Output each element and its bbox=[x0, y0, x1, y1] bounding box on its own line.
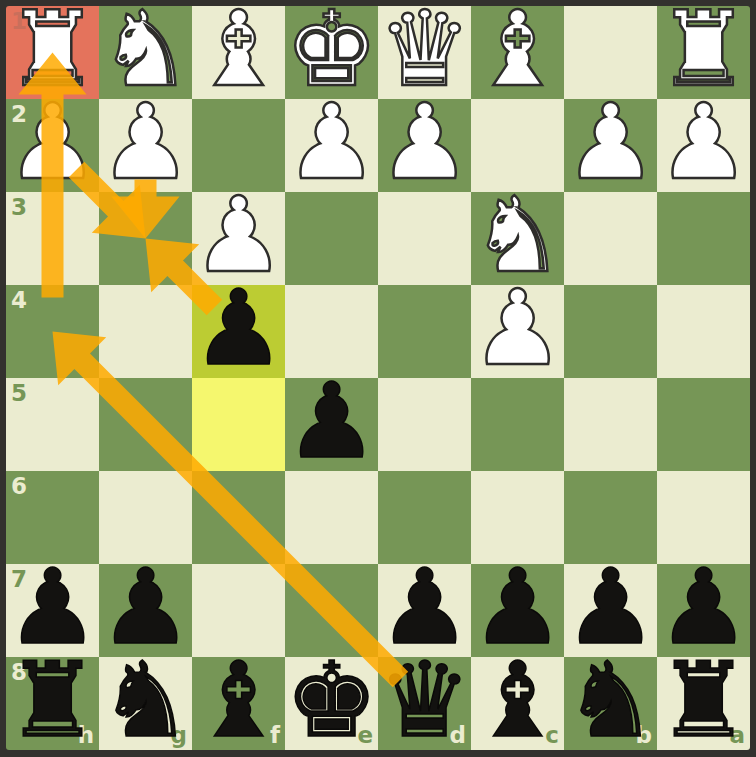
rank-label-6: 6 bbox=[11, 475, 27, 498]
square-d3[interactable] bbox=[378, 192, 471, 285]
piece-black-rook-h8[interactable]: ♜ bbox=[6, 654, 99, 747]
piece-black-knight-b8[interactable]: ♞ bbox=[564, 654, 657, 747]
square-d8[interactable]: d♛ bbox=[378, 657, 471, 750]
square-g2[interactable]: ♟ bbox=[99, 99, 192, 192]
square-a2[interactable]: ♟ bbox=[657, 99, 750, 192]
square-g5[interactable] bbox=[99, 378, 192, 471]
square-h2[interactable]: 2♟ bbox=[6, 99, 99, 192]
square-g8[interactable]: g♞ bbox=[99, 657, 192, 750]
square-f1[interactable]: ♝ bbox=[192, 6, 285, 99]
square-b3[interactable] bbox=[564, 192, 657, 285]
square-e8[interactable]: e♚ bbox=[285, 657, 378, 750]
square-b5[interactable] bbox=[564, 378, 657, 471]
square-h5[interactable]: 5 bbox=[6, 378, 99, 471]
square-c5[interactable] bbox=[471, 378, 564, 471]
piece-white-pawn-d2[interactable]: ♟ bbox=[378, 96, 471, 189]
square-a8[interactable]: a♜ bbox=[657, 657, 750, 750]
square-a4[interactable] bbox=[657, 285, 750, 378]
piece-white-pawn-e2[interactable]: ♟ bbox=[285, 96, 378, 189]
square-f5-last-move-from[interactable] bbox=[192, 378, 285, 471]
piece-white-pawn-g2[interactable]: ♟ bbox=[99, 96, 192, 189]
piece-white-pawn-h2[interactable]: ♟ bbox=[6, 96, 99, 189]
square-b8[interactable]: b♞ bbox=[564, 657, 657, 750]
square-a5[interactable] bbox=[657, 378, 750, 471]
rank-label-4: 4 bbox=[11, 289, 27, 312]
board-frame: 1♜♞♝♚♛♝♜2♟♟♟♟♟♟3♟♞4♟♟5♟67♟♟♟♟♟♟8h♜g♞f♝e♚… bbox=[0, 0, 756, 757]
square-d5[interactable] bbox=[378, 378, 471, 471]
square-a3[interactable] bbox=[657, 192, 750, 285]
square-c1[interactable]: ♝ bbox=[471, 6, 564, 99]
square-f6[interactable] bbox=[192, 471, 285, 564]
square-d2[interactable]: ♟ bbox=[378, 99, 471, 192]
square-b2[interactable]: ♟ bbox=[564, 99, 657, 192]
square-e3[interactable] bbox=[285, 192, 378, 285]
piece-white-bishop-c1[interactable]: ♝ bbox=[471, 6, 564, 96]
square-h8[interactable]: 8h♜ bbox=[6, 657, 99, 750]
square-d4[interactable] bbox=[378, 285, 471, 378]
square-b4[interactable] bbox=[564, 285, 657, 378]
square-e2[interactable]: ♟ bbox=[285, 99, 378, 192]
square-f8[interactable]: f♝ bbox=[192, 657, 285, 750]
piece-white-bishop-f1[interactable]: ♝ bbox=[192, 6, 285, 96]
square-g4[interactable] bbox=[99, 285, 192, 378]
square-h4[interactable]: 4 bbox=[6, 285, 99, 378]
piece-black-pawn-e5[interactable]: ♟ bbox=[285, 375, 378, 468]
piece-black-bishop-f8[interactable]: ♝ bbox=[192, 654, 285, 747]
rank-label-5: 5 bbox=[11, 382, 27, 405]
piece-black-rook-a8[interactable]: ♜ bbox=[657, 654, 750, 747]
square-g3[interactable] bbox=[99, 192, 192, 285]
square-e5[interactable]: ♟ bbox=[285, 378, 378, 471]
square-c4[interactable]: ♟ bbox=[471, 285, 564, 378]
rank-label-3: 3 bbox=[11, 196, 27, 219]
piece-black-bishop-c8[interactable]: ♝ bbox=[471, 654, 564, 747]
square-e6[interactable] bbox=[285, 471, 378, 564]
square-c8[interactable]: c♝ bbox=[471, 657, 564, 750]
piece-black-queen-d8[interactable]: ♛ bbox=[378, 654, 471, 747]
piece-black-knight-g8[interactable]: ♞ bbox=[99, 654, 192, 747]
piece-white-pawn-a2[interactable]: ♟ bbox=[657, 96, 750, 189]
chess-board[interactable]: 1♜♞♝♚♛♝♜2♟♟♟♟♟♟3♟♞4♟♟5♟67♟♟♟♟♟♟8h♜g♞f♝e♚… bbox=[6, 6, 750, 750]
piece-white-pawn-b2[interactable]: ♟ bbox=[564, 96, 657, 189]
piece-black-king-e8[interactable]: ♚ bbox=[285, 654, 378, 747]
square-f4-last-move-to[interactable]: ♟ bbox=[192, 285, 285, 378]
piece-black-pawn-f4[interactable]: ♟ bbox=[192, 282, 285, 375]
square-h3[interactable]: 3 bbox=[6, 192, 99, 285]
piece-white-pawn-c4[interactable]: ♟ bbox=[471, 282, 564, 375]
